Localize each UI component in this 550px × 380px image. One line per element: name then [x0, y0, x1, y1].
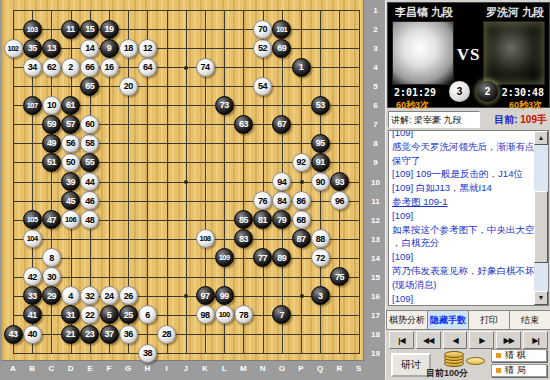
go-stone-95: 95	[311, 134, 330, 153]
points-label: 目前100分	[426, 367, 468, 380]
go-stone-77: 77	[253, 248, 272, 267]
go-stone-48: 48	[80, 210, 99, 229]
go-stone-45: 45	[61, 191, 80, 210]
row-label: 19	[365, 349, 386, 358]
go-stone-90: 90	[311, 172, 330, 191]
column-label: M	[238, 364, 248, 373]
row-label: 16	[365, 292, 386, 301]
star-point	[184, 294, 188, 298]
player-card: 李昌镐 九段 罗洗河 九段 VS 2:01:29 2:30:48 60秒3次 6…	[387, 2, 550, 108]
player-black-name: 罗洗河 九段	[486, 5, 544, 20]
commentary-log[interactable]: [109]感觉今天罗洗河领先后，渐渐有点保守了[109] 109一般是反击的，J…	[388, 130, 549, 306]
go-stone-87: 87	[292, 229, 311, 248]
reference-diagram-link[interactable]: 参考图 109-1	[392, 195, 532, 209]
orange-bullet-icon	[496, 353, 501, 358]
go-stone-107: 107	[23, 96, 42, 115]
go-stone-60: 60	[80, 115, 99, 134]
column-label: E	[85, 364, 95, 373]
go-stone-7: 7	[272, 305, 291, 324]
commentator-bar: 讲解: 梁宰豪 九段 目前: 109手	[386, 110, 550, 130]
go-stone-40: 40	[23, 325, 42, 344]
commentary-line: [109] 109一般是反击的，J14位	[392, 167, 532, 181]
scrollbar-thumb[interactable]	[534, 191, 548, 263]
go-stone-3: 3	[311, 286, 330, 305]
column-label: K	[200, 364, 210, 373]
tab-隐藏手数[interactable]: 隐藏手数	[427, 310, 468, 330]
go-stone-100: 100	[215, 305, 234, 324]
bottom-row: 研讨 目前100分 猜 棋 猜 局	[386, 350, 550, 380]
current-move-counter: 目前: 109手	[494, 113, 547, 127]
go-stone-13: 13	[42, 39, 61, 58]
column-label: G	[123, 364, 133, 373]
guess-game-button[interactable]: 猜 局	[491, 364, 547, 377]
go-stone-104: 104	[23, 229, 42, 248]
go-stone-74: 74	[196, 58, 215, 77]
tool-tabs: 棋势分析隐藏手数打印结束	[386, 310, 550, 330]
coins-icon	[444, 350, 490, 367]
orange-bullet-icon	[496, 368, 501, 373]
go-stone-109: 109	[215, 248, 234, 267]
commentary-line: 感觉今天罗洗河领先后，渐渐有点	[392, 140, 532, 154]
go-stone-34: 34	[23, 58, 42, 77]
column-label: Q	[315, 364, 325, 373]
column-label: O	[277, 364, 287, 373]
go-stone-29: 29	[42, 286, 61, 305]
go-stone-26: 26	[119, 286, 138, 305]
go-stone-92: 92	[292, 153, 311, 172]
vs-label: VS	[388, 45, 549, 65]
go-stone-31: 31	[61, 305, 80, 324]
go-stone-84: 84	[272, 191, 291, 210]
go-stone-101: 101	[272, 20, 291, 39]
go-stone-14: 14	[80, 39, 99, 58]
go-stone-8: 8	[42, 248, 61, 267]
go-stone-6: 6	[138, 305, 157, 324]
tab-棋势分析[interactable]: 棋势分析	[386, 310, 427, 330]
commentary-line: [109]	[392, 250, 532, 264]
go-stone-62: 62	[42, 58, 61, 77]
row-label: 8	[365, 139, 386, 148]
go-stone-20: 20	[119, 77, 138, 96]
go-stone-57: 57	[61, 115, 80, 134]
go-stone-97: 97	[196, 286, 215, 305]
column-label: F	[104, 364, 114, 373]
go-stone-91: 91	[311, 153, 330, 172]
column-label: A	[8, 364, 18, 373]
go-stone-66: 66	[80, 58, 99, 77]
go-stone-30: 30	[42, 267, 61, 286]
go-stone-47: 47	[42, 210, 61, 229]
go-stone-39: 39	[61, 172, 80, 191]
go-stone-33: 33	[23, 286, 42, 305]
go-stone-88: 88	[311, 229, 330, 248]
row-label: 11	[365, 197, 386, 206]
go-stone-61: 61	[61, 96, 80, 115]
go-stone-68: 68	[292, 210, 311, 229]
row-label-strip	[363, 0, 385, 380]
go-stone-43: 43	[4, 325, 23, 344]
tab-打印[interactable]: 打印	[468, 310, 509, 330]
go-stone-79: 79	[272, 210, 291, 229]
fast-back-button[interactable]: ◀◀	[416, 331, 441, 349]
row-label: 3	[365, 44, 386, 53]
go-stone-78: 78	[234, 305, 253, 324]
row-label: 6	[365, 101, 386, 110]
go-stone-72: 72	[311, 248, 330, 267]
go-stone-86: 86	[292, 191, 311, 210]
go-stone-75: 75	[330, 267, 349, 286]
go-stone-54: 54	[253, 77, 272, 96]
row-label: 7	[365, 120, 386, 129]
row-label: 17	[365, 311, 386, 320]
go-stone-58: 58	[80, 134, 99, 153]
row-label: 4	[365, 63, 386, 72]
go-stone-46: 46	[80, 191, 99, 210]
go-stone-64: 64	[138, 58, 157, 77]
go-stone-67: 67	[272, 115, 291, 134]
star-point	[184, 66, 188, 70]
fast-forward-button[interactable]: ▶▶	[496, 331, 521, 349]
grid-hline	[13, 258, 360, 259]
go-stone-63: 63	[234, 115, 253, 134]
go-stone-73: 73	[215, 96, 234, 115]
grid-hline	[13, 86, 360, 87]
go-stone-56: 56	[61, 134, 80, 153]
go-stone-21: 21	[61, 325, 80, 344]
commentary-line: 如果按这个参考图下，中央出大空	[392, 223, 532, 237]
go-stone-4: 4	[61, 286, 80, 305]
go-stone-19: 19	[100, 20, 119, 39]
commentary-line: 芮乃伟发表意见称，好象白棋不坏	[392, 264, 532, 278]
row-label: 13	[365, 235, 386, 244]
guess-move-button[interactable]: 猜 棋	[491, 349, 547, 362]
go-stone-32: 32	[80, 286, 99, 305]
go-stone-96: 96	[330, 191, 349, 210]
go-stone-37: 37	[100, 325, 119, 344]
row-label: 15	[365, 273, 386, 282]
go-stone-106: 106	[61, 210, 80, 229]
commentary-line: (现场消息)	[392, 278, 532, 292]
go-stone-11: 11	[61, 20, 80, 39]
white-stone-badge: 3	[449, 81, 470, 102]
go-stone-94: 94	[272, 172, 291, 191]
go-stone-18: 18	[119, 39, 138, 58]
forward-button[interactable]: ▶	[469, 331, 494, 349]
go-stone-25: 25	[119, 305, 138, 324]
grid-hline	[13, 10, 360, 11]
row-label: 2	[365, 25, 386, 34]
go-stone-105: 105	[23, 210, 42, 229]
side-panel: 李昌镐 九段 罗洗河 九段 VS 2:01:29 2:30:48 60秒3次 6…	[385, 0, 550, 380]
go-stone-93: 93	[330, 172, 349, 191]
current-move-value: 109手	[520, 114, 547, 125]
column-label: D	[66, 364, 76, 373]
go-stone-89: 89	[272, 248, 291, 267]
go-stone-10: 10	[42, 96, 61, 115]
go-stone-76: 76	[253, 191, 272, 210]
column-label: N	[258, 364, 268, 373]
commentary-line: [109]	[392, 209, 532, 223]
go-stone-59: 59	[42, 115, 61, 134]
grid-hline	[13, 48, 360, 49]
back-button[interactable]: ◀	[443, 331, 468, 349]
go-stone-50: 50	[61, 153, 80, 172]
first-move-button[interactable]: |◀	[389, 331, 414, 349]
go-stone-22: 22	[80, 305, 99, 324]
research-button[interactable]: 研讨	[391, 353, 431, 377]
go-stone-83: 83	[234, 229, 253, 248]
go-board[interactable]: ABCDEFGHIJKLMNOPQRS123456789101112131415…	[0, 0, 385, 380]
scroll-up-button[interactable]: ▲	[534, 131, 548, 145]
last-move-button[interactable]: ▶|	[523, 331, 548, 349]
black-stone-badge: 2	[477, 81, 498, 102]
go-stone-81: 81	[253, 210, 272, 229]
go-stone-98: 98	[196, 305, 215, 324]
go-stone-42: 42	[23, 267, 42, 286]
column-label: J	[181, 364, 191, 373]
go-review-window: ABCDEFGHIJKLMNOPQRS123456789101112131415…	[0, 0, 550, 380]
go-stone-53: 53	[311, 96, 330, 115]
go-stone-85: 85	[234, 210, 253, 229]
column-label: B	[27, 364, 37, 373]
row-label: 12	[365, 216, 386, 225]
commentary-line: ，白棋充分	[392, 236, 532, 250]
scroll-down-button[interactable]: ▼	[534, 291, 548, 305]
row-label: 1	[365, 6, 386, 15]
go-stone-36: 36	[119, 325, 138, 344]
go-stone-44: 44	[80, 172, 99, 191]
go-stone-2: 2	[61, 58, 80, 77]
go-stone-69: 69	[272, 39, 291, 58]
row-label: 9	[365, 158, 386, 167]
star-point	[184, 180, 188, 184]
row-label: 10	[365, 178, 386, 187]
go-stone-9: 9	[100, 39, 119, 58]
go-stone-49: 49	[42, 134, 61, 153]
go-stone-103: 103	[23, 20, 42, 39]
column-label: S	[354, 364, 364, 373]
column-label: I	[162, 364, 172, 373]
go-stone-65: 65	[80, 77, 99, 96]
go-stone-52: 52	[253, 39, 272, 58]
grid-hline	[13, 353, 360, 354]
commentator-select[interactable]: 讲解: 梁宰豪 九段	[388, 111, 480, 128]
go-stone-15: 15	[80, 20, 99, 39]
white-clock: 2:01:29	[394, 87, 436, 98]
go-stone-99: 99	[215, 286, 234, 305]
commentary-line: 保守了	[392, 154, 532, 168]
commentary-line: [109] 白如J13，黑就I14	[392, 181, 532, 195]
row-label: 5	[365, 82, 386, 91]
column-label: H	[142, 364, 152, 373]
tab-结束[interactable]: 结束	[509, 310, 550, 330]
column-label: P	[296, 364, 306, 373]
go-stone-55: 55	[80, 153, 99, 172]
black-clock: 2:30:48	[502, 87, 544, 98]
go-stone-23: 23	[80, 325, 99, 344]
row-label: 14	[365, 254, 386, 263]
star-point	[300, 294, 304, 298]
grid-hline	[13, 277, 360, 278]
current-move-prefix: 目前:	[494, 114, 520, 125]
go-stone-16: 16	[100, 58, 119, 77]
player-white-name: 李昌镐 九段	[395, 5, 453, 20]
go-stone-51: 51	[42, 153, 61, 172]
go-stone-5: 5	[100, 305, 119, 324]
column-label: C	[46, 364, 56, 373]
column-label: L	[219, 364, 229, 373]
go-stone-28: 28	[157, 325, 176, 344]
go-stone-70: 70	[253, 20, 272, 39]
commentary-scrollbar[interactable]: ▲ ▼	[534, 131, 548, 305]
go-stone-1: 1	[292, 58, 311, 77]
star-point	[300, 180, 304, 184]
column-label: R	[334, 364, 344, 373]
move-navigation-bar: |◀◀◀◀▶▶▶▶|	[386, 330, 550, 350]
go-stone-35: 35	[23, 39, 42, 58]
go-stone-24: 24	[100, 286, 119, 305]
commentary-line: 现在黑下的这一手，缓手的味道很浓	[392, 305, 532, 306]
commentary-line: [109]	[392, 130, 532, 140]
go-stone-12: 12	[138, 39, 157, 58]
go-stone-102: 102	[4, 39, 23, 58]
commentary-line: [109]	[392, 292, 532, 306]
row-label: 18	[365, 330, 386, 339]
go-stone-38: 38	[138, 344, 157, 363]
go-stone-108: 108	[196, 229, 215, 248]
go-stone-41: 41	[23, 305, 42, 324]
